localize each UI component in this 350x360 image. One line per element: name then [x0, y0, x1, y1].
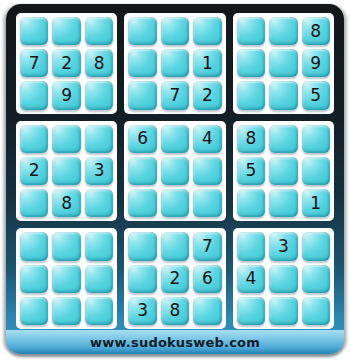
cell-r9c1[interactable] — [20, 297, 48, 325]
box-8: 72638 — [124, 228, 225, 329]
cell-r3c7[interactable] — [237, 81, 265, 109]
cell-r6c5[interactable] — [161, 189, 189, 217]
box-3: 895 — [233, 13, 334, 114]
cell-r6c3[interactable] — [85, 189, 113, 217]
cell-r5c3[interactable]: 3 — [85, 157, 113, 185]
cell-r1c4[interactable] — [128, 17, 156, 45]
box-6: 851 — [233, 121, 334, 222]
cell-r1c7[interactable] — [237, 17, 265, 45]
cell-r7c8[interactable]: 3 — [269, 232, 297, 260]
cell-r6c7[interactable] — [237, 189, 265, 217]
cell-r8c5[interactable]: 2 — [161, 265, 189, 293]
given-digit: 9 — [61, 87, 72, 104]
cell-r5c1[interactable]: 2 — [20, 157, 48, 185]
given-digit: 4 — [202, 130, 213, 147]
cell-r8c6[interactable]: 6 — [193, 265, 221, 293]
cell-r2c9[interactable]: 9 — [302, 49, 330, 77]
cell-r4c5[interactable] — [161, 125, 189, 153]
given-digit: 2 — [61, 55, 72, 72]
cell-r2c5[interactable] — [161, 49, 189, 77]
cell-r3c6[interactable]: 2 — [193, 81, 221, 109]
given-digit: 8 — [170, 302, 181, 319]
cell-r5c2[interactable] — [52, 157, 80, 185]
cell-r7c7[interactable] — [237, 232, 265, 260]
box-4: 238 — [16, 121, 117, 222]
given-digit: 7 — [202, 238, 213, 255]
cell-r3c4[interactable] — [128, 81, 156, 109]
cell-r5c5[interactable] — [161, 157, 189, 185]
cell-r8c2[interactable] — [52, 265, 80, 293]
cell-r6c9[interactable]: 1 — [302, 189, 330, 217]
cell-r7c6[interactable]: 7 — [193, 232, 221, 260]
cell-r3c2[interactable]: 9 — [52, 81, 80, 109]
cell-r9c6[interactable] — [193, 297, 221, 325]
cell-r5c7[interactable]: 5 — [237, 157, 265, 185]
cell-r2c1[interactable]: 7 — [20, 49, 48, 77]
box-9: 34 — [233, 228, 334, 329]
given-digit: 2 — [29, 162, 40, 179]
cell-r7c2[interactable] — [52, 232, 80, 260]
cell-r2c7[interactable] — [237, 49, 265, 77]
cell-r2c8[interactable] — [269, 49, 297, 77]
cell-r8c3[interactable] — [85, 265, 113, 293]
given-digit: 3 — [94, 162, 105, 179]
cell-r8c8[interactable] — [269, 265, 297, 293]
website-url: www.sudokusweb.com — [90, 335, 260, 350]
cell-r4c9[interactable] — [302, 125, 330, 153]
cell-r7c4[interactable] — [128, 232, 156, 260]
cell-r7c9[interactable] — [302, 232, 330, 260]
cell-r2c2[interactable]: 2 — [52, 49, 80, 77]
cell-r8c1[interactable] — [20, 265, 48, 293]
cell-r5c6[interactable] — [193, 157, 221, 185]
board-grid: 7289172895238648517263834 — [16, 13, 334, 329]
cell-r1c1[interactable] — [20, 17, 48, 45]
cell-r9c8[interactable] — [269, 297, 297, 325]
cell-r6c4[interactable] — [128, 189, 156, 217]
cell-r7c3[interactable] — [85, 232, 113, 260]
cell-r4c4[interactable]: 6 — [128, 125, 156, 153]
cell-r3c5[interactable]: 7 — [161, 81, 189, 109]
cell-r1c3[interactable] — [85, 17, 113, 45]
given-digit: 3 — [278, 238, 289, 255]
cell-r5c8[interactable] — [269, 157, 297, 185]
sudoku-board: 7289172895238648517263834 www.sudokusweb… — [6, 4, 344, 354]
given-digit: 8 — [61, 195, 72, 212]
cell-r4c1[interactable] — [20, 125, 48, 153]
cell-r5c4[interactable] — [128, 157, 156, 185]
cell-r3c9[interactable]: 5 — [302, 81, 330, 109]
cell-r4c8[interactable] — [269, 125, 297, 153]
cell-r3c8[interactable] — [269, 81, 297, 109]
box-5: 64 — [124, 121, 225, 222]
cell-r3c1[interactable] — [20, 81, 48, 109]
box-1: 7289 — [16, 13, 117, 114]
cell-r6c1[interactable] — [20, 189, 48, 217]
box-2: 172 — [124, 13, 225, 114]
given-digit: 7 — [170, 87, 181, 104]
given-digit: 9 — [310, 55, 321, 72]
cell-r6c6[interactable] — [193, 189, 221, 217]
given-digit: 6 — [137, 130, 148, 147]
given-digit: 7 — [29, 55, 40, 72]
cell-r9c9[interactable] — [302, 297, 330, 325]
cell-r1c9[interactable]: 8 — [302, 17, 330, 45]
cell-r6c2[interactable]: 8 — [52, 189, 80, 217]
cell-r1c5[interactable] — [161, 17, 189, 45]
cell-r9c3[interactable] — [85, 297, 113, 325]
cell-r6c8[interactable] — [269, 189, 297, 217]
given-digit: 1 — [202, 55, 213, 72]
cell-r4c6[interactable]: 4 — [193, 125, 221, 153]
given-digit: 5 — [245, 162, 256, 179]
cell-r9c2[interactable] — [52, 297, 80, 325]
cell-r5c9[interactable] — [302, 157, 330, 185]
given-digit: 5 — [310, 87, 321, 104]
given-digit: 8 — [310, 23, 321, 40]
given-digit: 1 — [310, 195, 321, 212]
cell-r7c1[interactable] — [20, 232, 48, 260]
cell-r2c6[interactable]: 1 — [193, 49, 221, 77]
given-digit: 4 — [245, 270, 256, 287]
cell-r9c7[interactable] — [237, 297, 265, 325]
footer-band: www.sudokusweb.com — [6, 330, 344, 354]
cell-r2c3[interactable]: 8 — [85, 49, 113, 77]
given-digit: 3 — [137, 302, 148, 319]
box-7 — [16, 228, 117, 329]
cell-r9c5[interactable]: 8 — [161, 297, 189, 325]
given-digit: 2 — [202, 87, 213, 104]
cell-r4c7[interactable]: 8 — [237, 125, 265, 153]
cell-r8c9[interactable] — [302, 265, 330, 293]
cell-r1c6[interactable] — [193, 17, 221, 45]
cell-r8c7[interactable]: 4 — [237, 265, 265, 293]
given-digit: 8 — [94, 55, 105, 72]
cell-r1c2[interactable] — [52, 17, 80, 45]
cell-r8c4[interactable] — [128, 265, 156, 293]
cell-r4c3[interactable] — [85, 125, 113, 153]
cell-r4c2[interactable] — [52, 125, 80, 153]
given-digit: 2 — [170, 270, 181, 287]
given-digit: 8 — [245, 130, 256, 147]
cell-r7c5[interactable] — [161, 232, 189, 260]
given-digit: 6 — [202, 270, 213, 287]
cell-r2c4[interactable] — [128, 49, 156, 77]
cell-r1c8[interactable] — [269, 17, 297, 45]
cell-r9c4[interactable]: 3 — [128, 297, 156, 325]
cell-r3c3[interactable] — [85, 81, 113, 109]
